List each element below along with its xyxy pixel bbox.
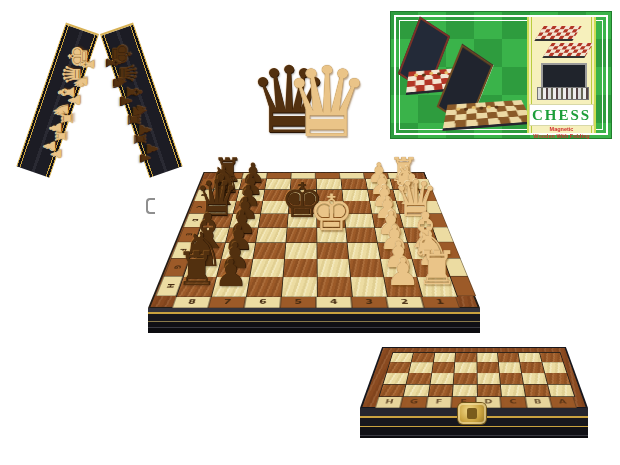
closed-box-square bbox=[477, 362, 499, 372]
closed-box-square bbox=[432, 362, 454, 372]
closed-box-letter: G bbox=[400, 395, 427, 408]
closed-box-square bbox=[428, 385, 452, 397]
board-square[interactable] bbox=[240, 179, 267, 189]
open-chess-board: 8A7B6C5D4E3F2G1H bbox=[148, 172, 480, 308]
board-square[interactable] bbox=[247, 277, 283, 296]
board-square[interactable] bbox=[341, 179, 367, 189]
closed-box-square bbox=[477, 353, 498, 362]
closed-box-square bbox=[499, 362, 522, 372]
board-square[interactable] bbox=[370, 201, 399, 213]
closed-box-square bbox=[524, 385, 550, 397]
board-square[interactable] bbox=[347, 243, 379, 259]
box-side-panel: CHESS Magnetic Wooden With Folding bbox=[527, 17, 596, 133]
closed-box-square bbox=[454, 373, 477, 384]
closed-box-square bbox=[500, 373, 524, 384]
board-square[interactable] bbox=[222, 243, 256, 259]
board-square[interactable] bbox=[184, 259, 221, 277]
rank-label: 4 bbox=[316, 295, 352, 308]
board-square[interactable] bbox=[201, 214, 233, 227]
open-board-grid bbox=[176, 179, 458, 297]
board-square[interactable] bbox=[408, 243, 443, 259]
board-square[interactable] bbox=[316, 190, 342, 201]
board-square[interactable] bbox=[284, 259, 316, 277]
closed-box-square bbox=[498, 353, 520, 362]
board-square[interactable] bbox=[417, 277, 456, 296]
closed-box-square bbox=[453, 385, 476, 397]
board-square[interactable] bbox=[289, 201, 316, 213]
closed-box-letter: C bbox=[500, 395, 526, 408]
board-square[interactable] bbox=[393, 190, 422, 201]
closed-box-square bbox=[412, 353, 434, 362]
rank-label: 8 bbox=[172, 295, 211, 308]
board-square[interactable] bbox=[400, 214, 432, 227]
board-square[interactable] bbox=[349, 259, 383, 277]
board-square[interactable] bbox=[217, 259, 252, 277]
board-square[interactable] bbox=[261, 201, 289, 213]
board-square[interactable] bbox=[212, 277, 249, 296]
board-square[interactable] bbox=[230, 214, 260, 227]
board-square[interactable] bbox=[251, 259, 285, 277]
board-square[interactable] bbox=[366, 179, 393, 189]
closed-box-top-face: HGFEDCBA bbox=[360, 347, 588, 408]
board-square[interactable] bbox=[317, 243, 348, 259]
closed-box-square bbox=[477, 373, 500, 384]
closed-box-square bbox=[410, 362, 433, 372]
box-thumbnail-open-case-base bbox=[537, 87, 589, 100]
closed-box-square bbox=[501, 385, 526, 397]
closed-box-square bbox=[383, 373, 408, 384]
board-square[interactable] bbox=[351, 277, 387, 296]
rank-label: 3 bbox=[351, 295, 388, 308]
closed-box-letter: B bbox=[524, 395, 551, 408]
closed-box-square bbox=[407, 373, 431, 384]
board-square[interactable] bbox=[397, 201, 427, 213]
board-square[interactable] bbox=[404, 228, 437, 243]
display-light-queen[interactable]: ♛ bbox=[284, 54, 371, 151]
closed-box-square bbox=[477, 385, 501, 397]
board-square[interactable] bbox=[317, 201, 344, 213]
board-square[interactable] bbox=[263, 190, 290, 201]
closed-box-grid bbox=[378, 352, 575, 397]
product-box: CHESS Magnetic Wooden With Folding bbox=[390, 11, 612, 139]
board-square[interactable] bbox=[381, 259, 417, 277]
hinge-clasp-icon bbox=[146, 198, 155, 214]
rank-label: 5 bbox=[280, 295, 316, 308]
box-thumbnail-closed-board bbox=[542, 43, 593, 58]
board-square[interactable] bbox=[291, 179, 316, 189]
board-square[interactable] bbox=[317, 259, 350, 277]
closed-box-square bbox=[545, 373, 570, 384]
rank-label: 7 bbox=[208, 295, 246, 308]
closed-box-square bbox=[455, 353, 476, 362]
board-square[interactable] bbox=[237, 190, 265, 201]
closed-box-square bbox=[522, 373, 546, 384]
board-square[interactable] bbox=[265, 179, 291, 189]
board-square[interactable] bbox=[290, 190, 316, 201]
box-subtitle-line1: Magnetic bbox=[527, 126, 596, 132]
box-title: CHESS bbox=[532, 107, 591, 124]
board-square[interactable] bbox=[214, 179, 242, 189]
board-square[interactable] bbox=[226, 228, 258, 243]
box-art-mini-pieces bbox=[456, 107, 460, 110]
closed-box-square bbox=[542, 362, 566, 372]
board-square[interactable] bbox=[368, 190, 396, 201]
board-square[interactable] bbox=[344, 214, 373, 227]
board-square[interactable] bbox=[285, 243, 316, 259]
rank-label: 6 bbox=[244, 295, 281, 308]
board-square[interactable] bbox=[282, 277, 316, 296]
box-subtitle-line2: Wooden With Folding bbox=[527, 133, 596, 139]
box-thumbnail-closed-board bbox=[534, 26, 581, 41]
board-square[interactable] bbox=[342, 190, 369, 201]
board-square[interactable] bbox=[316, 179, 341, 189]
clasp-icon[interactable] bbox=[458, 403, 486, 424]
board-square[interactable] bbox=[384, 277, 422, 296]
magnet-piece-light-p[interactable]: ♟ bbox=[49, 148, 62, 160]
board-square[interactable] bbox=[254, 243, 286, 259]
board-square[interactable] bbox=[343, 201, 371, 213]
rank-label: 1 bbox=[421, 295, 460, 308]
magnet-piece-dark-p[interactable]: ♟ bbox=[139, 152, 152, 164]
closed-box-square bbox=[390, 353, 413, 362]
closed-box-square bbox=[380, 385, 406, 397]
board-square[interactable] bbox=[390, 179, 418, 189]
board-square[interactable] bbox=[259, 214, 288, 227]
closed-box-square bbox=[430, 373, 453, 384]
closed-box-square bbox=[519, 353, 541, 362]
box-title-band: CHESS bbox=[529, 104, 594, 126]
product-photo-stage: ♛ ♛ ♚♝♛♞♝♟♞♜♟♜♟♟♚♝♛♞♝♟♞♜♟♜♟♟ CHESS Magne… bbox=[0, 0, 620, 465]
board-square[interactable] bbox=[206, 201, 236, 213]
board-square[interactable] bbox=[375, 228, 407, 243]
board-square[interactable] bbox=[177, 277, 216, 296]
closed-chess-box: HGFEDCBA bbox=[360, 347, 588, 408]
open-board-frame: 8A7B6C5D4E3F2G1H bbox=[148, 172, 480, 308]
closed-box-square bbox=[455, 362, 477, 372]
board-square[interactable] bbox=[372, 214, 403, 227]
board-square[interactable] bbox=[317, 277, 351, 296]
board-square[interactable] bbox=[317, 214, 345, 227]
closed-box-letter: A bbox=[549, 395, 577, 408]
closed-box-letter: F bbox=[426, 395, 452, 408]
board-square[interactable] bbox=[256, 228, 287, 243]
board-square[interactable] bbox=[346, 228, 377, 243]
board-square[interactable] bbox=[196, 228, 229, 243]
open-board-front-edge bbox=[148, 308, 480, 333]
closed-box-square bbox=[404, 385, 429, 397]
board-square[interactable] bbox=[190, 243, 225, 259]
closed-box-square bbox=[540, 353, 563, 362]
closed-box-letter: H bbox=[375, 395, 403, 408]
board-square[interactable] bbox=[317, 228, 347, 243]
rank-label: 2 bbox=[386, 295, 424, 308]
board-square[interactable] bbox=[287, 228, 316, 243]
board-square[interactable] bbox=[412, 259, 449, 277]
board-square[interactable] bbox=[288, 214, 316, 227]
closed-box-square bbox=[434, 353, 456, 362]
closed-box-square bbox=[548, 385, 574, 397]
closed-box-square bbox=[387, 362, 411, 372]
board-square[interactable] bbox=[233, 201, 262, 213]
board-square[interactable] bbox=[210, 190, 239, 201]
board-square[interactable] bbox=[378, 243, 412, 259]
closed-box-square bbox=[520, 362, 543, 372]
box-art-mini-pieces bbox=[414, 73, 418, 76]
